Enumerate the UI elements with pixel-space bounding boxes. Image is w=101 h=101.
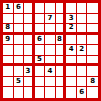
cell-r1c1[interactable]: 1 xyxy=(3,3,14,14)
cell-r5c5[interactable] xyxy=(45,45,56,56)
cell-r7c2[interactable] xyxy=(14,66,25,77)
cell-r3c1[interactable]: 8 xyxy=(3,24,14,35)
cell-r6c9[interactable] xyxy=(87,56,98,67)
cell-r5c8[interactable]: 2 xyxy=(77,45,88,56)
cell-r6c4[interactable]: 5 xyxy=(35,56,46,67)
cell-r4c7[interactable] xyxy=(66,35,77,46)
cell-r4c4[interactable]: 6 xyxy=(35,35,46,46)
cell-r5c9[interactable] xyxy=(87,45,98,56)
cell-r6c6[interactable] xyxy=(56,56,67,67)
cell-r4c6[interactable]: 8 xyxy=(56,35,67,46)
cell-r1c6[interactable] xyxy=(56,3,67,14)
cell-r6c5[interactable] xyxy=(45,56,56,67)
cell-r9c2[interactable] xyxy=(14,87,25,98)
cell-r6c8[interactable] xyxy=(77,56,88,67)
cell-r2c3[interactable] xyxy=(24,14,35,25)
cell-r6c1[interactable] xyxy=(3,56,14,67)
cell-r9c3[interactable] xyxy=(24,87,35,98)
cell-r8c3[interactable] xyxy=(24,77,35,88)
cell-r1c7[interactable] xyxy=(66,3,77,14)
cell-r4c9[interactable] xyxy=(87,35,98,46)
cell-r4c1[interactable]: 9 xyxy=(3,35,14,46)
cell-r7c8[interactable] xyxy=(77,66,88,77)
cell-r6c3[interactable] xyxy=(24,56,35,67)
cell-r3c9[interactable] xyxy=(87,24,98,35)
cell-r9c4[interactable] xyxy=(35,87,46,98)
cell-r5c1[interactable] xyxy=(3,45,14,56)
cell-r2c8[interactable] xyxy=(77,14,88,25)
cell-r4c5[interactable] xyxy=(45,35,56,46)
cell-r7c5[interactable]: 4 xyxy=(45,66,56,77)
cell-r9c7[interactable] xyxy=(66,87,77,98)
cell-r4c3[interactable] xyxy=(24,35,35,46)
cell-r1c3[interactable] xyxy=(24,3,35,14)
cell-r3c4[interactable] xyxy=(35,24,46,35)
cell-r1c5[interactable] xyxy=(45,3,56,14)
cell-r3c2[interactable] xyxy=(14,24,25,35)
cell-r8c8[interactable] xyxy=(77,77,88,88)
cell-r8c7[interactable] xyxy=(66,77,77,88)
sudoku-board: 16738296842534586 xyxy=(0,0,101,101)
cell-r7c1[interactable] xyxy=(3,66,14,77)
cell-r8c9[interactable]: 8 xyxy=(87,77,98,88)
cell-r7c6[interactable] xyxy=(56,66,67,77)
cell-r3c5[interactable] xyxy=(45,24,56,35)
cell-r6c7[interactable] xyxy=(66,56,77,67)
cell-r3c8[interactable] xyxy=(77,24,88,35)
cell-r9c6[interactable] xyxy=(56,87,67,98)
cell-r9c9[interactable] xyxy=(87,87,98,98)
cell-r3c6[interactable] xyxy=(56,24,67,35)
cell-r1c4[interactable] xyxy=(35,3,46,14)
cell-r7c9[interactable] xyxy=(87,66,98,77)
cell-r4c2[interactable] xyxy=(14,35,25,46)
cell-r8c5[interactable] xyxy=(45,77,56,88)
cell-r2c9[interactable] xyxy=(87,14,98,25)
cell-r9c8[interactable]: 6 xyxy=(77,87,88,98)
cell-r1c8[interactable] xyxy=(77,3,88,14)
cell-r2c6[interactable] xyxy=(56,14,67,25)
cell-r1c2[interactable]: 6 xyxy=(14,3,25,14)
cell-r7c3[interactable]: 3 xyxy=(24,66,35,77)
cell-r9c5[interactable] xyxy=(45,87,56,98)
cell-r5c2[interactable] xyxy=(14,45,25,56)
cell-r1c9[interactable] xyxy=(87,3,98,14)
cell-r2c5[interactable]: 7 xyxy=(45,14,56,25)
cell-r5c7[interactable]: 4 xyxy=(66,45,77,56)
cell-r9c1[interactable] xyxy=(3,87,14,98)
cell-r5c3[interactable] xyxy=(24,45,35,56)
cell-r7c7[interactable] xyxy=(66,66,77,77)
cell-r2c2[interactable] xyxy=(14,14,25,25)
cell-r5c6[interactable] xyxy=(56,45,67,56)
cell-r7c4[interactable] xyxy=(35,66,46,77)
cell-r8c4[interactable] xyxy=(35,77,46,88)
cell-r3c3[interactable] xyxy=(24,24,35,35)
cell-r8c6[interactable] xyxy=(56,77,67,88)
cell-r6c2[interactable] xyxy=(14,56,25,67)
cell-r3c7[interactable]: 2 xyxy=(66,24,77,35)
cell-r2c4[interactable] xyxy=(35,14,46,25)
cell-r8c1[interactable] xyxy=(3,77,14,88)
cell-r4c8[interactable] xyxy=(77,35,88,46)
cell-r8c2[interactable]: 5 xyxy=(14,77,25,88)
